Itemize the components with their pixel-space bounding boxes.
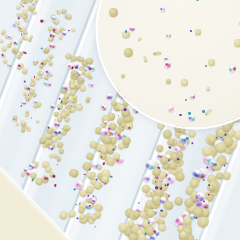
sparkle-speck [202,110,204,112]
product-photo [0,0,240,240]
rhinestone-back [73,94,78,99]
rhinestone-back [75,103,83,111]
sparkle-speck [185,137,188,140]
rhinestone-face-up [129,25,135,31]
rhinestone-back [206,87,210,91]
rhinestone-face-up [141,172,151,182]
sparkle-speck [190,30,192,32]
rhinestone-back [32,9,38,15]
sparkle-speck [155,180,157,182]
rhinestone-back [48,61,54,67]
sparkle-speck [203,179,205,181]
rhinestone-back [181,79,188,86]
rhinestone-back [155,144,164,153]
sparkle-speck [152,229,155,232]
rhinestone-back [34,104,38,108]
sparkle-speck [24,80,27,83]
sparkle-speck [224,165,226,167]
rhinestone-back [205,109,213,116]
sparkle-speck [84,174,86,176]
rhinestone-face-up [188,114,195,121]
sparkle-speck [21,33,23,35]
rhinestone-face-up [229,65,236,72]
rhinestone-face-up [7,62,12,67]
rhinestone-back [66,124,71,129]
rhinestone-back [86,151,95,160]
rhinestone-back [234,39,240,47]
rhinestone-back [239,21,240,25]
rhinestone-back [153,52,162,56]
rhinestone-back [57,140,64,147]
sparkle-speck [168,145,171,148]
rhinestone-back [71,28,76,33]
sparkle-speck [75,204,77,206]
sparkle-speck [205,65,208,68]
rhinestone-back [16,5,21,10]
sparkle-speck [109,175,112,178]
rhinestone-back [59,35,64,40]
sparkle-speck [57,163,59,165]
sparkle-speck [1,53,4,56]
rhinestone-face-up [7,33,13,39]
rhinestone-back [15,122,19,126]
sparkle-speck [117,115,119,117]
rhinestone-back [166,79,171,84]
rhinestone-face-up [164,60,172,68]
rhinestone-back [70,107,76,113]
rhinestone-back [22,69,28,75]
rhinestone-face-up [49,42,56,49]
sparkle-speck [138,202,140,204]
rhinestone-face-up [50,102,57,109]
rhinestone-face-up [166,33,171,38]
sparkle-speck [47,126,50,129]
rhinestone-back [69,167,80,178]
rhinestone-back [121,74,125,78]
rhinestone-face-up [22,3,26,7]
sparkle-speck [159,186,162,189]
sparkle-speck [164,183,167,186]
rhinestone-back [208,59,215,66]
sparkle-speck [196,0,199,1]
sparkle-speck [94,226,96,228]
sparkle-speck [176,158,179,161]
rhinestone-back [233,130,240,141]
sparkle-speck [184,133,186,135]
rhinestone-face-up [88,81,95,88]
rhinestone-back [124,48,133,57]
sparkle-speck [155,186,158,189]
sparkle-speck [52,174,55,177]
sparkle-speck [226,163,228,165]
rhinestone-back [156,121,165,130]
sparkle-speck [18,17,20,19]
sparkle-speck [68,30,70,32]
sparkle-speck [179,114,182,117]
sparkle-speck [160,209,163,212]
rhinestone-back [138,38,142,42]
rhinestone-back [55,30,60,35]
rhinestone-back [1,28,7,34]
rhinestone-back [144,56,148,62]
sparkle-speck [102,162,105,165]
sparkle-speck [54,183,57,186]
rhinestone-face-up [100,104,108,112]
sparkle-speck [21,105,23,107]
rhinestone-back [58,148,64,154]
rhinestone-back [82,161,93,172]
sparkle-speck [157,166,160,169]
rhinestone-back [1,45,7,51]
rhinestone-back [195,29,201,35]
rhinestone-back [14,47,19,52]
rhinestone-face-up [21,100,26,105]
sparkle-speck [185,99,187,101]
sparkle-speck [71,66,74,69]
rhinestone-face-up [31,1,35,5]
rhinestone-face-up [168,105,175,112]
sparkle-speck [125,30,127,32]
sparkle-speck [188,112,190,114]
rhinestone-face-up [190,93,195,98]
sparkle-speck [148,222,150,224]
sparkle-speck [143,232,146,235]
sparkle-speck [74,188,76,190]
rhinestone-back [34,60,38,64]
rhinestone-face-up [164,56,168,60]
rhinestone-face-up [160,6,166,12]
sparkle-speck [51,147,54,150]
rhinestone-back [109,8,118,17]
sparkle-speck [30,117,32,119]
sparkle-speck [161,180,163,182]
sparkle-speck [190,141,193,144]
sparkle-speck [31,178,34,181]
rhinestone-back [0,39,3,43]
